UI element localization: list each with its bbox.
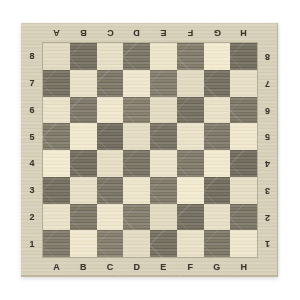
square-h2 xyxy=(230,204,257,231)
square-e7 xyxy=(150,70,177,97)
rank-label-4: 4 xyxy=(257,150,278,177)
file-label-d: D xyxy=(123,257,150,277)
square-d2 xyxy=(123,204,150,231)
rank-label-3: 3 xyxy=(257,177,278,204)
square-g7 xyxy=(204,70,231,97)
square-d6 xyxy=(123,97,150,124)
file-label-b: B xyxy=(70,23,97,43)
square-c3 xyxy=(97,177,124,204)
square-e8 xyxy=(150,43,177,70)
file-labels-bottom: ABCDEFGH xyxy=(43,257,257,277)
file-label-e: E xyxy=(150,23,177,43)
square-h7 xyxy=(230,70,257,97)
square-b6 xyxy=(70,97,97,124)
square-f7 xyxy=(177,70,204,97)
square-a2 xyxy=(43,204,70,231)
square-c6 xyxy=(97,97,124,124)
square-f2 xyxy=(177,204,204,231)
rank-label-6: 6 xyxy=(21,97,43,124)
board-grid xyxy=(43,43,257,257)
rank-label-4: 4 xyxy=(21,150,43,177)
square-d7 xyxy=(123,70,150,97)
file-label-f: F xyxy=(177,23,204,43)
square-e1 xyxy=(150,230,177,257)
rank-label-1: 1 xyxy=(257,230,278,257)
square-h4 xyxy=(230,150,257,177)
square-a4 xyxy=(43,150,70,177)
square-h6 xyxy=(230,97,257,124)
square-d5 xyxy=(123,123,150,150)
square-g2 xyxy=(204,204,231,231)
file-label-a: A xyxy=(43,257,70,277)
file-label-b: B xyxy=(70,257,97,277)
square-a8 xyxy=(43,43,70,70)
file-label-f: F xyxy=(177,257,204,277)
square-d1 xyxy=(123,230,150,257)
square-f6 xyxy=(177,97,204,124)
rank-label-2: 2 xyxy=(21,204,43,231)
square-g5 xyxy=(204,123,231,150)
rank-label-2: 2 xyxy=(257,204,278,231)
square-c7 xyxy=(97,70,124,97)
square-e4 xyxy=(150,150,177,177)
square-a1 xyxy=(43,230,70,257)
square-h3 xyxy=(230,177,257,204)
rank-label-5: 5 xyxy=(257,123,278,150)
square-a6 xyxy=(43,97,70,124)
square-b4 xyxy=(70,150,97,177)
square-c2 xyxy=(97,204,124,231)
square-a3 xyxy=(43,177,70,204)
file-label-c: C xyxy=(97,23,124,43)
square-g1 xyxy=(204,230,231,257)
square-a7 xyxy=(43,70,70,97)
square-h5 xyxy=(230,123,257,150)
rank-labels-left: 87654321 xyxy=(21,43,43,257)
square-c1 xyxy=(97,230,124,257)
square-f3 xyxy=(177,177,204,204)
file-label-e: E xyxy=(150,257,177,277)
square-e2 xyxy=(150,204,177,231)
square-f5 xyxy=(177,123,204,150)
square-b1 xyxy=(70,230,97,257)
square-a5 xyxy=(43,123,70,150)
file-label-c: C xyxy=(97,257,124,277)
rank-label-5: 5 xyxy=(21,123,43,150)
square-f4 xyxy=(177,150,204,177)
square-b7 xyxy=(70,70,97,97)
square-e3 xyxy=(150,177,177,204)
photo-canvas: ABCDEFGH 87654321 87654321 ABCDEFGH xyxy=(0,0,300,300)
square-f1 xyxy=(177,230,204,257)
square-f8 xyxy=(177,43,204,70)
rank-label-3: 3 xyxy=(21,177,43,204)
square-d4 xyxy=(123,150,150,177)
square-h1 xyxy=(230,230,257,257)
rank-label-6: 6 xyxy=(257,97,278,124)
square-d8 xyxy=(123,43,150,70)
square-g6 xyxy=(204,97,231,124)
square-b8 xyxy=(70,43,97,70)
square-d3 xyxy=(123,177,150,204)
rank-label-8: 8 xyxy=(257,43,278,70)
square-c4 xyxy=(97,150,124,177)
file-label-d: D xyxy=(123,23,150,43)
square-g4 xyxy=(204,150,231,177)
chess-board: ABCDEFGH 87654321 87654321 ABCDEFGH xyxy=(21,23,278,277)
square-c8 xyxy=(97,43,124,70)
file-label-g: G xyxy=(204,257,231,277)
square-e5 xyxy=(150,123,177,150)
file-label-h: H xyxy=(230,23,257,43)
square-h8 xyxy=(230,43,257,70)
square-c5 xyxy=(97,123,124,150)
file-label-a: A xyxy=(43,23,70,43)
file-labels-top: ABCDEFGH xyxy=(43,23,257,43)
square-b2 xyxy=(70,204,97,231)
file-label-h: H xyxy=(230,257,257,277)
square-g8 xyxy=(204,43,231,70)
rank-label-8: 8 xyxy=(21,43,43,70)
rank-labels-right: 87654321 xyxy=(257,43,278,257)
square-e6 xyxy=(150,97,177,124)
square-g3 xyxy=(204,177,231,204)
rank-label-7: 7 xyxy=(21,70,43,97)
rank-label-1: 1 xyxy=(21,230,43,257)
square-b3 xyxy=(70,177,97,204)
file-label-g: G xyxy=(204,23,231,43)
square-b5 xyxy=(70,123,97,150)
rank-label-7: 7 xyxy=(257,70,278,97)
